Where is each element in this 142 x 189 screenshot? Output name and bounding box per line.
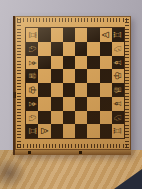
square-e2[interactable] [75,111,87,125]
border-pattern-top [17,18,129,22]
square-g5[interactable] [100,69,112,83]
square-e7[interactable] [75,42,87,56]
pawn-marking-icon: ♙ [99,29,113,41]
square-d5[interactable] [63,69,75,83]
clasp [13,92,16,98]
queen-marking-icon: ♕ [25,70,39,82]
square-g7[interactable] [100,42,112,56]
square-h6[interactable]: ♗ [112,56,124,70]
bishop-marking-icon: ♗ [25,56,39,68]
square-a4[interactable]: ♔ [26,83,38,97]
board-shadow [0,158,26,188]
square-b4[interactable] [38,83,50,97]
knight-marking-icon: ♘ [25,43,39,55]
bishop-marking-icon: ♗ [111,98,125,110]
photo-canvas: ♖♙♖♘♘♗♗♕♔♔♕♗♗♘♘♖♙♖ [0,0,142,189]
square-a7[interactable]: ♘ [26,42,38,56]
border-pattern-bottom [17,144,129,148]
bishop-marking-icon: ♗ [111,56,125,68]
square-a2[interactable]: ♘ [26,111,38,125]
square-g3[interactable] [100,97,112,111]
square-a8[interactable]: ♖ [26,28,38,42]
chess-board: ♖♙♖♘♘♗♗♕♔♔♕♗♗♘♘♖♙♖ [13,16,131,155]
square-d3[interactable] [63,97,75,111]
square-a1[interactable]: ♖ [26,124,38,138]
square-f7[interactable] [87,42,99,56]
square-g8[interactable]: ♙ [100,28,112,42]
square-e3[interactable] [75,97,87,111]
bishop-marking-icon: ♗ [25,98,39,110]
border-pattern-right [125,18,129,148]
square-b8[interactable] [38,28,50,42]
square-h4[interactable]: ♕ [112,83,124,97]
square-e6[interactable] [75,56,87,70]
square-a3[interactable]: ♗ [26,97,38,111]
square-d7[interactable] [63,42,75,56]
knight-marking-icon: ♘ [111,111,125,123]
square-b3[interactable] [38,97,50,111]
square-c7[interactable] [51,42,63,56]
pawn-marking-icon: ♙ [38,125,52,137]
square-c2[interactable] [51,111,63,125]
square-e4[interactable] [75,83,87,97]
hinge-slot-left [28,151,31,154]
hinge-slot-right [79,151,82,154]
square-f1[interactable] [87,124,99,138]
square-a5[interactable]: ♕ [26,69,38,83]
square-f6[interactable] [87,56,99,70]
square-c6[interactable] [51,56,63,70]
square-b1[interactable]: ♙ [38,124,50,138]
square-h3[interactable]: ♗ [112,97,124,111]
square-e8[interactable] [75,28,87,42]
square-f4[interactable] [87,83,99,97]
rook-marking-icon: ♖ [111,125,125,137]
rook-marking-icon: ♖ [111,29,125,41]
square-g1[interactable] [100,124,112,138]
square-d2[interactable] [63,111,75,125]
square-c8[interactable] [51,28,63,42]
square-g6[interactable] [100,56,112,70]
square-b5[interactable] [38,69,50,83]
rook-marking-icon: ♖ [25,29,39,41]
square-f2[interactable] [87,111,99,125]
square-b6[interactable] [38,56,50,70]
square-c5[interactable] [51,69,63,83]
board-edge [15,150,131,155]
square-d8[interactable] [63,28,75,42]
square-d6[interactable] [63,56,75,70]
square-e5[interactable] [75,69,87,83]
square-h1[interactable]: ♖ [112,124,124,138]
king-marking-icon: ♔ [111,70,125,82]
square-a6[interactable]: ♗ [26,56,38,70]
square-f5[interactable] [87,69,99,83]
queen-marking-icon: ♕ [111,84,125,96]
board-face: ♖♙♖♘♘♗♗♕♔♔♕♗♗♘♘♖♙♖ [15,16,131,150]
square-b7[interactable] [38,42,50,56]
square-h2[interactable]: ♘ [112,111,124,125]
square-h8[interactable]: ♖ [112,28,124,42]
board-grid: ♖♙♖♘♘♗♗♕♔♔♕♗♗♘♘♖♙♖ [25,27,125,139]
square-h5[interactable]: ♔ [112,69,124,83]
square-d1[interactable] [63,124,75,138]
square-h7[interactable]: ♘ [112,42,124,56]
border-pattern-left [17,18,21,148]
knight-marking-icon: ♘ [111,43,125,55]
square-f8[interactable] [87,28,99,42]
square-f3[interactable] [87,97,99,111]
square-e1[interactable] [75,124,87,138]
knight-marking-icon: ♘ [25,111,39,123]
rook-marking-icon: ♖ [25,125,39,137]
king-marking-icon: ♔ [25,84,39,96]
square-g2[interactable] [100,111,112,125]
square-d4[interactable] [63,83,75,97]
square-c3[interactable] [51,97,63,111]
square-c4[interactable] [51,83,63,97]
square-c1[interactable] [51,124,63,138]
square-g4[interactable] [100,83,112,97]
square-b2[interactable] [38,111,50,125]
